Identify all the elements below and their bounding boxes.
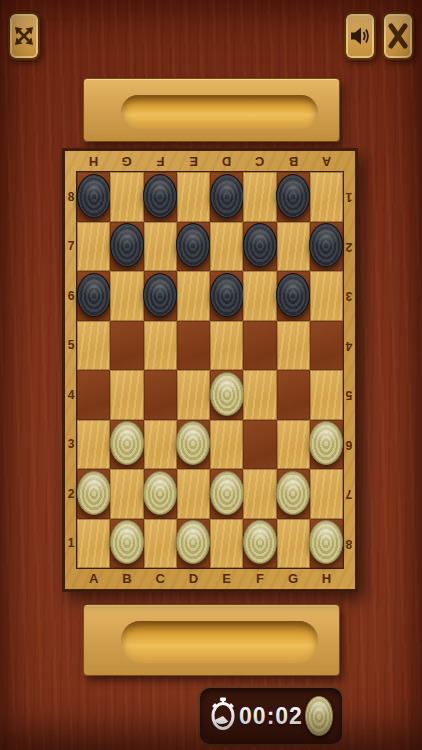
square-d7[interactable] [177,222,210,272]
square-d3[interactable] [177,420,210,470]
coord-label-2: 2 [343,222,355,272]
file-labels-top: HGFEDCBA [77,151,343,172]
light-checker-g2[interactable] [276,471,310,515]
tray-recess [121,95,318,129]
dark-checker-h7[interactable] [309,223,343,267]
square-d5[interactable] [177,321,210,371]
coord-label-1: 1 [343,172,355,222]
square-h7[interactable] [310,222,343,272]
light-checker-d3[interactable] [176,421,210,465]
fullscreen-button[interactable] [8,12,40,60]
dark-checker-f7[interactable] [243,223,277,267]
light-checker-b3[interactable] [110,421,144,465]
square-c4[interactable] [144,370,177,420]
coord-label-1: 1 [65,519,77,569]
square-c7[interactable] [144,222,177,272]
coord-label-g: G [277,568,310,589]
coord-label-2: 2 [65,469,77,519]
dark-checker-d7[interactable] [176,223,210,267]
x-icon [387,23,409,49]
square-g5[interactable] [277,321,310,371]
coord-label-7: 7 [343,469,355,519]
square-d1[interactable] [177,519,210,569]
light-checker-c2[interactable] [143,471,177,515]
rank-labels-left: 87654321 [65,172,77,568]
square-f8[interactable] [243,172,276,222]
timer-value: 00:02 [239,703,303,730]
light-checker-e2[interactable] [210,471,244,515]
light-checker-a2[interactable] [77,471,111,515]
square-g8[interactable] [277,172,310,222]
square-a7[interactable] [77,222,110,272]
coord-label-g: G [110,151,143,172]
square-f7[interactable] [243,222,276,272]
square-h3[interactable] [310,420,343,470]
coord-label-4: 4 [343,321,355,371]
square-f3[interactable] [243,420,276,470]
square-e1[interactable] [210,519,243,569]
square-d6[interactable] [177,271,210,321]
coord-label-e: E [210,568,243,589]
square-c1[interactable] [144,519,177,569]
square-h5[interactable] [310,321,343,371]
coord-label-e: E [177,151,210,172]
square-b4[interactable] [110,370,143,420]
square-b3[interactable] [110,420,143,470]
dark-checker-c8[interactable] [143,174,177,218]
coord-label-4: 4 [65,370,77,420]
square-h2[interactable] [310,469,343,519]
dark-checker-e8[interactable] [210,174,244,218]
dark-checker-c6[interactable] [143,273,177,317]
square-g1[interactable] [277,519,310,569]
coord-label-d: D [210,151,243,172]
coord-label-f: F [144,151,177,172]
square-c8[interactable] [144,172,177,222]
light-checker-f1[interactable] [243,520,277,564]
square-a8[interactable] [77,172,110,222]
square-a6[interactable] [77,271,110,321]
dark-checker-b7[interactable] [110,223,144,267]
stopwatch-icon [209,697,237,735]
rank-labels-right: 12345678 [343,172,355,568]
square-a1[interactable] [77,519,110,569]
square-e7[interactable] [210,222,243,272]
square-c2[interactable] [144,469,177,519]
square-d4[interactable] [177,370,210,420]
coord-label-5: 5 [343,370,355,420]
coord-label-a: A [77,568,110,589]
coord-label-8: 8 [343,519,355,569]
timer-panel: 00:02 [198,686,344,746]
coord-label-c: C [144,568,177,589]
square-c3[interactable] [144,420,177,470]
dark-checker-g6[interactable] [276,273,310,317]
coord-label-a: A [310,151,343,172]
light-checker-b1[interactable] [110,520,144,564]
square-g2[interactable] [277,469,310,519]
dark-checker-a6[interactable] [77,273,111,317]
square-b8[interactable] [110,172,143,222]
dark-checker-a8[interactable] [77,174,111,218]
coord-label-c: C [243,151,276,172]
square-d2[interactable] [177,469,210,519]
square-a5[interactable] [77,321,110,371]
coord-label-3: 3 [343,271,355,321]
square-b7[interactable] [110,222,143,272]
light-checker-e4[interactable] [210,372,244,416]
square-d8[interactable] [177,172,210,222]
square-e8[interactable] [210,172,243,222]
square-f2[interactable] [243,469,276,519]
square-e4[interactable] [210,370,243,420]
coord-label-d: D [177,568,210,589]
coord-label-h: H [77,151,110,172]
square-h4[interactable] [310,370,343,420]
coord-label-3: 3 [65,420,77,470]
coord-label-5: 5 [65,321,77,371]
dark-checker-g8[interactable] [276,174,310,218]
coord-label-h: H [310,568,343,589]
coord-label-8: 8 [65,172,77,222]
square-h8[interactable] [310,172,343,222]
square-b1[interactable] [110,519,143,569]
dark-checker-e6[interactable] [210,273,244,317]
turn-indicator-piece [305,696,333,736]
square-e3[interactable] [210,420,243,470]
captured-pieces-tray-top [83,78,340,142]
square-g6[interactable] [277,271,310,321]
square-h6[interactable] [310,271,343,321]
square-b2[interactable] [110,469,143,519]
coord-label-f: F [243,568,276,589]
square-a2[interactable] [77,469,110,519]
light-checker-h1[interactable] [309,520,343,564]
light-checker-h3[interactable] [309,421,343,465]
square-e5[interactable] [210,321,243,371]
square-f6[interactable] [243,271,276,321]
coord-label-6: 6 [65,271,77,321]
speaker-icon [348,24,372,48]
square-f1[interactable] [243,519,276,569]
square-f5[interactable] [243,321,276,371]
coord-label-b: B [277,151,310,172]
square-b6[interactable] [110,271,143,321]
square-g4[interactable] [277,370,310,420]
coord-label-7: 7 [65,222,77,272]
board-grid [77,172,343,568]
light-checker-d1[interactable] [176,520,210,564]
coord-label-b: B [110,568,143,589]
square-h1[interactable] [310,519,343,569]
square-c6[interactable] [144,271,177,321]
game-screen: HGFEDCBA ABCDEFGH 87654321 12345678 00:0… [0,0,422,750]
square-f4[interactable] [243,370,276,420]
square-b5[interactable] [110,321,143,371]
file-labels-bottom: ABCDEFGH [77,568,343,589]
captured-pieces-tray-bottom [83,604,340,676]
coord-label-6: 6 [343,420,355,470]
tray-recess [121,621,318,663]
sound-button[interactable] [344,12,376,60]
square-g3[interactable] [277,420,310,470]
square-g7[interactable] [277,222,310,272]
square-c5[interactable] [144,321,177,371]
square-e6[interactable] [210,271,243,321]
expand-arrows-icon [13,25,35,47]
square-a3[interactable] [77,420,110,470]
checkers-board: HGFEDCBA ABCDEFGH 87654321 12345678 [62,148,358,592]
square-e2[interactable] [210,469,243,519]
close-button[interactable] [382,12,414,60]
square-a4[interactable] [77,370,110,420]
